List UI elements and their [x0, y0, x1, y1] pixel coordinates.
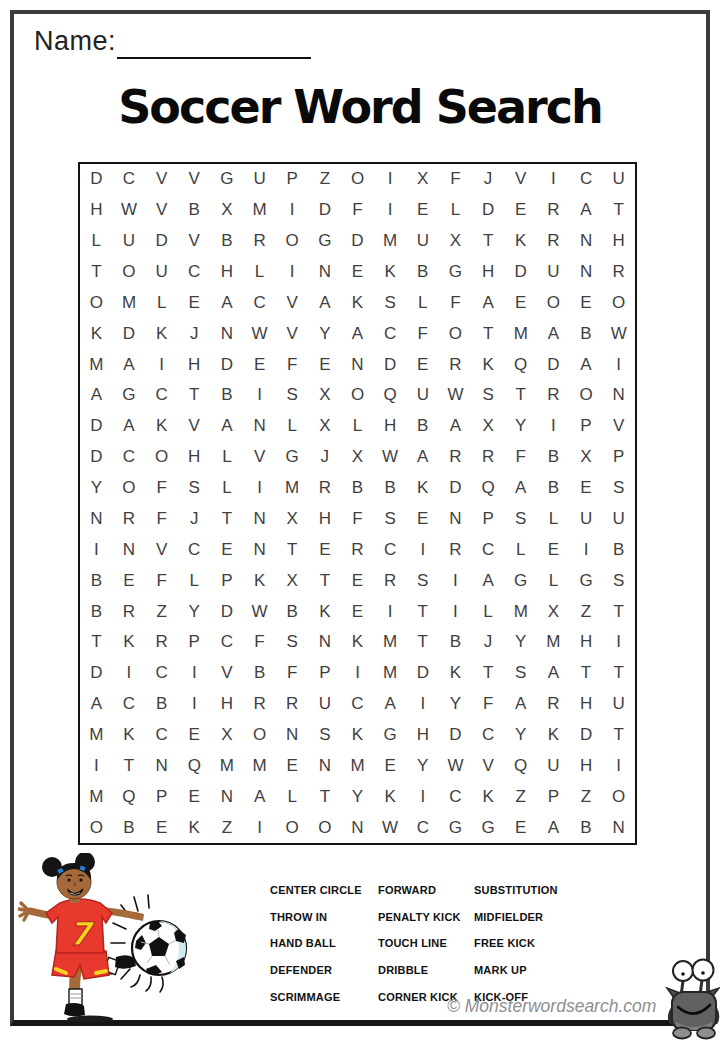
grid-cell[interactable]: U [406, 226, 439, 257]
grid-cell[interactable]: B [537, 442, 570, 473]
grid-cell[interactable]: A [113, 349, 146, 380]
grid-cell[interactable]: Q [374, 380, 407, 411]
grid-cell[interactable]: B [80, 596, 113, 627]
grid-cell[interactable]: C [113, 689, 146, 720]
grid-cell[interactable]: I [276, 195, 309, 226]
grid-cell[interactable]: Q [504, 750, 537, 781]
grid-cell[interactable]: C [374, 318, 407, 349]
grid-cell[interactable]: D [145, 226, 178, 257]
grid-cell[interactable]: V [276, 318, 309, 349]
grid-cell[interactable]: B [113, 812, 146, 843]
grid-cell[interactable]: K [243, 565, 276, 596]
grid-cell[interactable]: A [80, 380, 113, 411]
grid-cell[interactable]: T [472, 226, 505, 257]
grid-cell[interactable]: I [243, 812, 276, 843]
grid-cell[interactable]: O [537, 287, 570, 318]
grid-cell[interactable]: D [341, 226, 374, 257]
grid-cell[interactable]: C [243, 287, 276, 318]
grid-cell[interactable]: G [374, 720, 407, 751]
grid-cell[interactable]: J [178, 503, 211, 534]
grid-cell[interactable]: W [602, 318, 635, 349]
grid-cell[interactable]: G [276, 442, 309, 473]
grid-cell[interactable]: M [504, 318, 537, 349]
grid-cell[interactable]: T [113, 750, 146, 781]
grid-cell[interactable]: K [472, 349, 505, 380]
grid-cell[interactable]: K [374, 257, 407, 288]
grid-cell[interactable]: V [276, 287, 309, 318]
grid-cell[interactable]: A [406, 442, 439, 473]
grid-cell[interactable]: S [178, 473, 211, 504]
grid-cell[interactable]: K [504, 226, 537, 257]
grid-cell[interactable]: I [537, 411, 570, 442]
grid-cell[interactable]: P [309, 658, 342, 689]
grid-cell[interactable]: J [472, 164, 505, 195]
grid-cell[interactable]: E [276, 750, 309, 781]
grid-cell[interactable]: T [472, 318, 505, 349]
grid-cell[interactable]: E [309, 534, 342, 565]
grid-cell[interactable]: N [243, 411, 276, 442]
grid-cell[interactable]: I [570, 534, 603, 565]
grid-cell[interactable]: S [504, 658, 537, 689]
grid-cell[interactable]: L [211, 473, 244, 504]
grid-cell[interactable]: X [211, 195, 244, 226]
grid-cell[interactable]: C [113, 164, 146, 195]
grid-cell[interactable]: V [145, 164, 178, 195]
grid-cell[interactable]: D [80, 658, 113, 689]
grid-cell[interactable]: U [537, 257, 570, 288]
grid-cell[interactable]: M [243, 750, 276, 781]
grid-cell[interactable]: A [211, 411, 244, 442]
grid-cell[interactable]: M [243, 195, 276, 226]
grid-cell[interactable]: L [211, 442, 244, 473]
grid-cell[interactable]: N [276, 720, 309, 751]
grid-cell[interactable]: C [145, 720, 178, 751]
grid-cell[interactable]: B [570, 318, 603, 349]
grid-cell[interactable]: R [309, 473, 342, 504]
grid-cell[interactable]: Z [211, 812, 244, 843]
grid-cell[interactable]: D [439, 720, 472, 751]
grid-cell[interactable]: N [309, 257, 342, 288]
grid-cell[interactable]: L [145, 287, 178, 318]
grid-cell[interactable]: A [439, 411, 472, 442]
grid-cell[interactable]: M [276, 473, 309, 504]
grid-cell[interactable]: O [243, 720, 276, 751]
grid-cell[interactable]: E [406, 349, 439, 380]
grid-cell[interactable]: U [602, 503, 635, 534]
grid-cell[interactable]: E [374, 750, 407, 781]
grid-cell[interactable]: S [374, 287, 407, 318]
grid-cell[interactable]: V [178, 226, 211, 257]
grid-cell[interactable]: E [570, 473, 603, 504]
grid-cell[interactable]: M [80, 781, 113, 812]
grid-cell[interactable]: V [145, 195, 178, 226]
grid-cell[interactable]: F [145, 503, 178, 534]
grid-cell[interactable]: V [602, 411, 635, 442]
grid-cell[interactable]: P [145, 781, 178, 812]
grid-cell[interactable]: N [341, 349, 374, 380]
grid-cell[interactable]: I [145, 349, 178, 380]
grid-cell[interactable]: J [309, 442, 342, 473]
grid-cell[interactable]: C [178, 534, 211, 565]
grid-cell[interactable]: T [80, 627, 113, 658]
grid-cell[interactable]: M [374, 226, 407, 257]
grid-cell[interactable]: U [537, 750, 570, 781]
grid-cell[interactable]: O [439, 318, 472, 349]
grid-cell[interactable]: O [113, 257, 146, 288]
grid-cell[interactable]: X [276, 503, 309, 534]
grid-cell[interactable]: A [113, 411, 146, 442]
grid-cell[interactable]: L [537, 565, 570, 596]
grid-cell[interactable]: F [145, 565, 178, 596]
grid-cell[interactable]: H [406, 720, 439, 751]
grid-cell[interactable]: B [178, 195, 211, 226]
grid-cell[interactable]: O [80, 287, 113, 318]
grid-cell[interactable]: U [602, 164, 635, 195]
grid-cell[interactable]: D [211, 349, 244, 380]
grid-cell[interactable]: C [341, 689, 374, 720]
grid-cell[interactable]: V [243, 442, 276, 473]
grid-cell[interactable]: U [406, 380, 439, 411]
grid-cell[interactable]: E [113, 565, 146, 596]
grid-cell[interactable]: Q [178, 750, 211, 781]
grid-cell[interactable]: L [439, 195, 472, 226]
grid-cell[interactable]: B [406, 411, 439, 442]
grid-cell[interactable]: C [211, 627, 244, 658]
grid-cell[interactable]: T [178, 380, 211, 411]
grid-cell[interactable]: K [145, 411, 178, 442]
grid-cell[interactable]: Q [113, 781, 146, 812]
grid-cell[interactable]: D [374, 349, 407, 380]
grid-cell[interactable]: N [211, 318, 244, 349]
grid-cell[interactable]: U [145, 257, 178, 288]
grid-cell[interactable]: S [276, 380, 309, 411]
grid-cell[interactable]: B [570, 812, 603, 843]
grid-cell[interactable]: O [113, 473, 146, 504]
grid-cell[interactable]: V [178, 164, 211, 195]
grid-cell[interactable]: D [80, 411, 113, 442]
grid-cell[interactable]: E [537, 534, 570, 565]
grid-cell[interactable]: K [406, 473, 439, 504]
grid-cell[interactable]: O [602, 287, 635, 318]
grid-cell[interactable]: A [341, 318, 374, 349]
grid-cell[interactable]: P [276, 164, 309, 195]
grid-cell[interactable]: T [276, 534, 309, 565]
grid-cell[interactable]: D [113, 318, 146, 349]
grid-cell[interactable]: B [243, 658, 276, 689]
grid-cell[interactable]: N [309, 627, 342, 658]
grid-cell[interactable]: M [374, 658, 407, 689]
grid-cell[interactable]: Y [80, 473, 113, 504]
grid-cell[interactable]: E [145, 812, 178, 843]
grid-cell[interactable]: X [537, 596, 570, 627]
grid-cell[interactable]: D [504, 257, 537, 288]
grid-cell[interactable]: L [504, 534, 537, 565]
grid-cell[interactable]: J [472, 627, 505, 658]
grid-cell[interactable]: B [341, 473, 374, 504]
grid-cell[interactable]: M [211, 750, 244, 781]
grid-cell[interactable]: R [439, 442, 472, 473]
grid-cell[interactable]: N [113, 534, 146, 565]
grid-cell[interactable]: T [602, 720, 635, 751]
grid-cell[interactable]: I [602, 627, 635, 658]
grid-cell[interactable]: F [439, 287, 472, 318]
grid-cell[interactable]: N [243, 503, 276, 534]
grid-cell[interactable]: I [537, 164, 570, 195]
grid-cell[interactable]: V [472, 750, 505, 781]
grid-cell[interactable]: N [570, 257, 603, 288]
grid-cell[interactable]: B [374, 473, 407, 504]
grid-cell[interactable]: Y [504, 627, 537, 658]
grid-cell[interactable]: A [243, 781, 276, 812]
grid-cell[interactable]: R [341, 534, 374, 565]
grid-cell[interactable]: I [374, 164, 407, 195]
grid-cell[interactable]: L [472, 596, 505, 627]
grid-cell[interactable]: F [276, 349, 309, 380]
grid-cell[interactable]: A [570, 349, 603, 380]
grid-cell[interactable]: I [243, 473, 276, 504]
grid-cell[interactable]: T [309, 565, 342, 596]
grid-cell[interactable]: Q [472, 473, 505, 504]
grid-cell[interactable]: X [406, 164, 439, 195]
grid-cell[interactable]: E [504, 812, 537, 843]
grid-cell[interactable]: H [472, 257, 505, 288]
grid-cell[interactable]: K [178, 812, 211, 843]
grid-cell[interactable]: Y [439, 689, 472, 720]
grid-cell[interactable]: R [602, 257, 635, 288]
grid-cell[interactable]: D [211, 596, 244, 627]
grid-cell[interactable]: C [439, 781, 472, 812]
grid-cell[interactable]: I [243, 380, 276, 411]
grid-cell[interactable]: N [602, 380, 635, 411]
grid-cell[interactable]: E [178, 287, 211, 318]
grid-cell[interactable]: T [309, 781, 342, 812]
grid-cell[interactable]: H [602, 226, 635, 257]
grid-cell[interactable]: K [537, 720, 570, 751]
grid-cell[interactable]: K [439, 658, 472, 689]
grid-cell[interactable]: U [243, 164, 276, 195]
grid-cell[interactable]: R [537, 380, 570, 411]
grid-cell[interactable]: U [113, 226, 146, 257]
grid-cell[interactable]: B [211, 380, 244, 411]
grid-cell[interactable]: Z [504, 781, 537, 812]
grid-cell[interactable]: S [602, 473, 635, 504]
grid-cell[interactable]: C [472, 534, 505, 565]
grid-cell[interactable]: K [80, 318, 113, 349]
grid-cell[interactable]: K [309, 596, 342, 627]
grid-cell[interactable]: I [276, 257, 309, 288]
grid-cell[interactable]: L [276, 411, 309, 442]
grid-cell[interactable]: N [243, 534, 276, 565]
grid-cell[interactable]: S [602, 565, 635, 596]
grid-cell[interactable]: G [309, 226, 342, 257]
grid-cell[interactable]: A [504, 473, 537, 504]
grid-cell[interactable]: M [341, 750, 374, 781]
grid-cell[interactable]: L [341, 411, 374, 442]
grid-cell[interactable]: V [178, 411, 211, 442]
grid-cell[interactable]: L [537, 503, 570, 534]
grid-cell[interactable]: G [504, 565, 537, 596]
grid-cell[interactable]: Y [309, 318, 342, 349]
grid-cell[interactable]: I [602, 349, 635, 380]
grid-cell[interactable]: N [439, 503, 472, 534]
grid-cell[interactable]: O [341, 380, 374, 411]
grid-cell[interactable]: W [243, 318, 276, 349]
grid-cell[interactable]: O [80, 812, 113, 843]
grid-cell[interactable]: O [276, 812, 309, 843]
grid-cell[interactable]: E [504, 195, 537, 226]
grid-cell[interactable]: G [211, 164, 244, 195]
grid-cell[interactable]: C [145, 380, 178, 411]
grid-cell[interactable]: N [341, 812, 374, 843]
grid-cell[interactable]: Z [570, 781, 603, 812]
grid-cell[interactable]: X [341, 442, 374, 473]
grid-cell[interactable]: K [341, 287, 374, 318]
grid-cell[interactable]: W [113, 195, 146, 226]
grid-cell[interactable]: T [504, 380, 537, 411]
grid-cell[interactable]: F [276, 658, 309, 689]
grid-cell[interactable]: M [80, 349, 113, 380]
grid-cell[interactable]: F [341, 503, 374, 534]
grid-cell[interactable]: D [406, 658, 439, 689]
grid-cell[interactable]: I [439, 565, 472, 596]
grid-cell[interactable]: N [309, 750, 342, 781]
grid-cell[interactable]: H [80, 195, 113, 226]
grid-cell[interactable]: Y [341, 781, 374, 812]
grid-cell[interactable]: H [211, 689, 244, 720]
grid-cell[interactable]: C [406, 812, 439, 843]
grid-cell[interactable]: U [309, 689, 342, 720]
grid-cell[interactable]: H [178, 442, 211, 473]
grid-cell[interactable]: P [570, 411, 603, 442]
grid-cell[interactable]: Q [504, 349, 537, 380]
grid-cell[interactable]: H [178, 349, 211, 380]
grid-cell[interactable]: K [374, 781, 407, 812]
grid-cell[interactable]: A [472, 565, 505, 596]
grid-cell[interactable]: U [570, 503, 603, 534]
grid-cell[interactable]: S [406, 565, 439, 596]
grid-cell[interactable]: P [537, 781, 570, 812]
grid-cell[interactable]: K [113, 720, 146, 751]
grid-cell[interactable]: E [178, 720, 211, 751]
grid-cell[interactable]: B [602, 534, 635, 565]
grid-cell[interactable]: P [178, 627, 211, 658]
grid-cell[interactable]: A [537, 812, 570, 843]
grid-cell[interactable]: T [80, 257, 113, 288]
grid-cell[interactable]: V [145, 534, 178, 565]
grid-cell[interactable]: N [211, 781, 244, 812]
grid-cell[interactable]: M [537, 627, 570, 658]
grid-cell[interactable]: R [439, 534, 472, 565]
grid-cell[interactable]: N [602, 812, 635, 843]
grid-cell[interactable]: E [341, 257, 374, 288]
grid-cell[interactable]: R [113, 596, 146, 627]
grid-cell[interactable]: S [504, 503, 537, 534]
grid-cell[interactable]: B [439, 627, 472, 658]
grid-cell[interactable]: A [537, 658, 570, 689]
grid-cell[interactable]: T [472, 658, 505, 689]
grid-cell[interactable]: K [341, 720, 374, 751]
grid-cell[interactable]: S [276, 627, 309, 658]
grid-cell[interactable]: I [374, 596, 407, 627]
grid-cell[interactable]: B [406, 257, 439, 288]
grid-cell[interactable]: A [309, 287, 342, 318]
grid-cell[interactable]: E [406, 195, 439, 226]
grid-cell[interactable]: B [537, 473, 570, 504]
grid-cell[interactable]: W [439, 380, 472, 411]
grid-cell[interactable]: L [276, 781, 309, 812]
grid-cell[interactable]: H [570, 689, 603, 720]
grid-cell[interactable]: E [406, 503, 439, 534]
grid-cell[interactable]: P [211, 565, 244, 596]
grid-cell[interactable]: E [341, 565, 374, 596]
grid-cell[interactable]: O [145, 442, 178, 473]
grid-cell[interactable]: X [309, 411, 342, 442]
grid-cell[interactable]: O [309, 812, 342, 843]
grid-cell[interactable]: I [374, 195, 407, 226]
grid-cell[interactable]: E [211, 534, 244, 565]
grid-cell[interactable]: X [570, 442, 603, 473]
grid-cell[interactable]: D [80, 164, 113, 195]
grid-cell[interactable]: F [439, 164, 472, 195]
grid-cell[interactable]: A [80, 689, 113, 720]
grid-cell[interactable]: T [602, 658, 635, 689]
grid-cell[interactable]: G [472, 812, 505, 843]
grid-cell[interactable]: C [570, 164, 603, 195]
grid-cell[interactable]: R [243, 689, 276, 720]
grid-cell[interactable]: B [80, 565, 113, 596]
grid-cell[interactable]: M [113, 287, 146, 318]
grid-cell[interactable]: R [537, 226, 570, 257]
grid-cell[interactable]: C [472, 720, 505, 751]
grid-cell[interactable]: A [570, 195, 603, 226]
grid-cell[interactable]: M [374, 627, 407, 658]
grid-cell[interactable]: G [439, 257, 472, 288]
grid-cell[interactable]: I [406, 534, 439, 565]
grid-cell[interactable]: Y [504, 411, 537, 442]
grid-cell[interactable]: I [113, 658, 146, 689]
grid-cell[interactable]: N [570, 226, 603, 257]
grid-cell[interactable]: A [472, 287, 505, 318]
grid-cell[interactable]: I [439, 596, 472, 627]
grid-cell[interactable]: U [602, 689, 635, 720]
grid-cell[interactable]: K [113, 627, 146, 658]
grid-cell[interactable]: I [80, 750, 113, 781]
grid-cell[interactable]: M [504, 596, 537, 627]
grid-cell[interactable]: O [570, 380, 603, 411]
grid-cell[interactable]: X [276, 565, 309, 596]
grid-cell[interactable]: R [472, 442, 505, 473]
grid-cell[interactable]: O [341, 164, 374, 195]
grid-cell[interactable]: W [243, 596, 276, 627]
grid-cell[interactable]: R [276, 689, 309, 720]
grid-cell[interactable]: K [341, 627, 374, 658]
grid-cell[interactable]: G [113, 380, 146, 411]
grid-cell[interactable]: W [374, 442, 407, 473]
grid-cell[interactable]: R [243, 226, 276, 257]
grid-cell[interactable]: L [243, 257, 276, 288]
grid-cell[interactable]: P [472, 503, 505, 534]
grid-cell[interactable]: D [80, 442, 113, 473]
grid-cell[interactable]: E [341, 596, 374, 627]
grid-cell[interactable]: C [374, 534, 407, 565]
grid-cell[interactable]: I [602, 750, 635, 781]
grid-cell[interactable]: A [374, 689, 407, 720]
grid-cell[interactable]: K [145, 318, 178, 349]
grid-cell[interactable]: A [537, 318, 570, 349]
grid-cell[interactable]: I [341, 658, 374, 689]
grid-cell[interactable]: S [472, 380, 505, 411]
grid-cell[interactable]: I [80, 534, 113, 565]
